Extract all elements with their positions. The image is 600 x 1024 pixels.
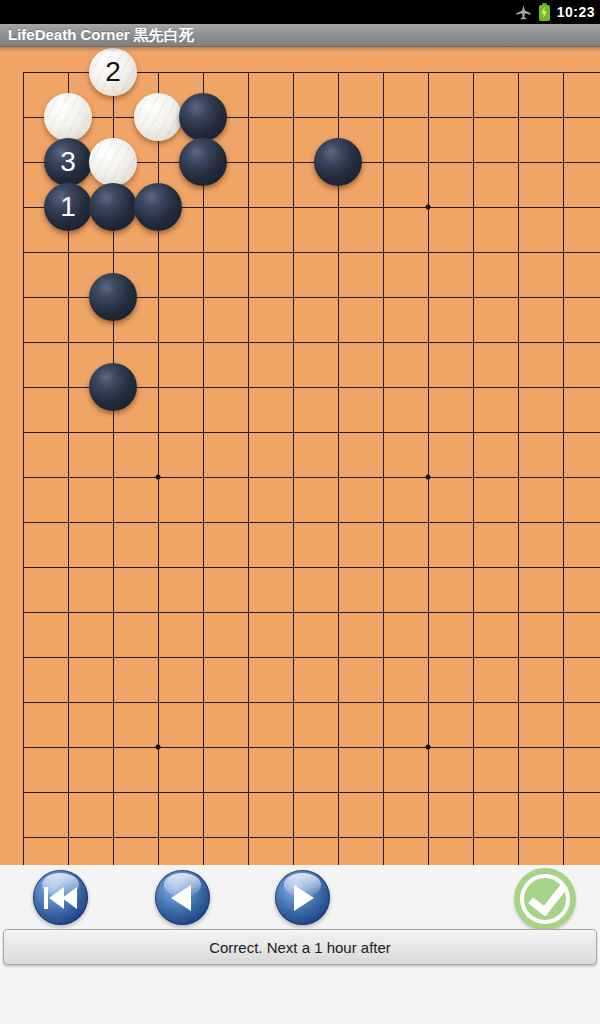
board-cell bbox=[338, 612, 383, 657]
board-cell bbox=[203, 432, 248, 477]
board-cell bbox=[383, 477, 428, 522]
board-cell bbox=[293, 252, 338, 297]
board-cell bbox=[158, 747, 203, 792]
stone-black: 1 bbox=[44, 183, 92, 231]
board-cell bbox=[293, 702, 338, 747]
stone-white: 2 bbox=[89, 48, 137, 96]
board-cell bbox=[338, 207, 383, 252]
move-number: 2 bbox=[105, 58, 121, 86]
board-cell bbox=[518, 432, 563, 477]
board-cell bbox=[23, 522, 68, 567]
board-cell bbox=[248, 432, 293, 477]
board-cell bbox=[158, 342, 203, 387]
board-cell bbox=[428, 162, 473, 207]
board-cell bbox=[428, 702, 473, 747]
board-cell bbox=[383, 387, 428, 432]
board-cell bbox=[248, 387, 293, 432]
board-cell bbox=[563, 837, 600, 865]
board-cell bbox=[338, 657, 383, 702]
board-cell bbox=[293, 792, 338, 837]
board-cell bbox=[203, 747, 248, 792]
board-cell bbox=[428, 342, 473, 387]
board-cell bbox=[563, 522, 600, 567]
board-cell bbox=[248, 792, 293, 837]
board-cell bbox=[248, 252, 293, 297]
board-cell bbox=[158, 252, 203, 297]
stone-black bbox=[179, 93, 227, 141]
board-cell bbox=[563, 747, 600, 792]
board-cell bbox=[338, 432, 383, 477]
board-cell bbox=[158, 612, 203, 657]
board-cell bbox=[23, 387, 68, 432]
app-title: LifeDeath Corner 黒先白死 bbox=[8, 26, 194, 45]
board-cell bbox=[383, 252, 428, 297]
title-bar: LifeDeath Corner 黒先白死 bbox=[0, 24, 600, 47]
board-cell bbox=[113, 837, 158, 865]
board-cell bbox=[158, 837, 203, 865]
arrow-left-icon bbox=[171, 885, 191, 911]
battery-charging-icon bbox=[539, 5, 550, 21]
board-cell bbox=[563, 432, 600, 477]
board-cell bbox=[428, 387, 473, 432]
board-cell bbox=[473, 72, 518, 117]
board-cell bbox=[23, 612, 68, 657]
board-cell bbox=[113, 702, 158, 747]
board-cell bbox=[383, 702, 428, 747]
board-cell bbox=[68, 657, 113, 702]
board-cell bbox=[248, 477, 293, 522]
board-cell bbox=[113, 792, 158, 837]
board-cell bbox=[158, 657, 203, 702]
board-cell bbox=[68, 477, 113, 522]
board-cell bbox=[473, 522, 518, 567]
board-cell bbox=[518, 612, 563, 657]
board-cell bbox=[428, 612, 473, 657]
board-cell bbox=[563, 297, 600, 342]
check-icon bbox=[528, 874, 568, 917]
board-cell bbox=[293, 837, 338, 865]
board-cell bbox=[113, 477, 158, 522]
board-cell bbox=[563, 702, 600, 747]
board-cell bbox=[23, 342, 68, 387]
board-cell bbox=[23, 657, 68, 702]
board-cell bbox=[338, 702, 383, 747]
board-cell bbox=[248, 567, 293, 612]
board-cell bbox=[23, 567, 68, 612]
stone-black bbox=[179, 138, 227, 186]
arrow-right-icon bbox=[294, 885, 314, 911]
stone-black bbox=[134, 183, 182, 231]
board-cell bbox=[518, 162, 563, 207]
board-cell bbox=[428, 657, 473, 702]
board-cell bbox=[518, 567, 563, 612]
skip-to-start-icon bbox=[44, 887, 77, 909]
airplane-mode-icon bbox=[515, 4, 532, 21]
board-cell bbox=[23, 432, 68, 477]
stone-black bbox=[89, 363, 137, 411]
board-cell bbox=[158, 387, 203, 432]
board-cell bbox=[23, 477, 68, 522]
star-point bbox=[156, 745, 161, 750]
board-cell bbox=[203, 297, 248, 342]
board-cell bbox=[158, 477, 203, 522]
board-cell bbox=[428, 522, 473, 567]
board-cell bbox=[563, 117, 600, 162]
board-cell bbox=[293, 342, 338, 387]
board-cell bbox=[68, 702, 113, 747]
board-cell bbox=[473, 567, 518, 612]
board-cell bbox=[383, 342, 428, 387]
board-cell bbox=[428, 207, 473, 252]
board-cell bbox=[563, 612, 600, 657]
board-cell bbox=[23, 252, 68, 297]
board-cell bbox=[68, 747, 113, 792]
board-cell bbox=[383, 162, 428, 207]
board-cell bbox=[68, 522, 113, 567]
app-screen: 10:23 LifeDeath Corner 黒先白死 231 Correct.… bbox=[0, 0, 600, 1024]
board-cell bbox=[473, 342, 518, 387]
board-cell bbox=[518, 792, 563, 837]
controls-panel: Correct. Next a 1 hour after bbox=[0, 865, 600, 1024]
board-cell bbox=[473, 162, 518, 207]
charging-bolt-icon bbox=[541, 7, 548, 19]
board-cell bbox=[518, 117, 563, 162]
board-cell bbox=[113, 522, 158, 567]
board-cell bbox=[293, 477, 338, 522]
board-cell bbox=[23, 747, 68, 792]
board-cell bbox=[293, 747, 338, 792]
board-cell bbox=[293, 612, 338, 657]
board-cell bbox=[248, 297, 293, 342]
status-bar: 10:23 bbox=[0, 0, 600, 24]
board-cell bbox=[293, 387, 338, 432]
board-cell bbox=[293, 432, 338, 477]
board-cell bbox=[473, 432, 518, 477]
board-cell bbox=[518, 837, 563, 865]
stone-white bbox=[89, 138, 137, 186]
board-cell bbox=[23, 837, 68, 865]
board-cell bbox=[383, 117, 428, 162]
go-board[interactable]: 231 bbox=[0, 47, 600, 865]
board-cell bbox=[293, 72, 338, 117]
board-cell bbox=[518, 297, 563, 342]
board-cell bbox=[23, 297, 68, 342]
board-cell bbox=[23, 702, 68, 747]
board-cell bbox=[338, 342, 383, 387]
board-cell bbox=[113, 657, 158, 702]
board-cell bbox=[338, 72, 383, 117]
board-cell bbox=[68, 792, 113, 837]
board-cell bbox=[473, 117, 518, 162]
correct-button[interactable] bbox=[514, 868, 576, 930]
board-cell bbox=[338, 387, 383, 432]
board-cell bbox=[68, 567, 113, 612]
board-cell bbox=[428, 792, 473, 837]
board-cell bbox=[473, 387, 518, 432]
star-point bbox=[426, 745, 431, 750]
board-cell bbox=[428, 432, 473, 477]
board-cell bbox=[203, 567, 248, 612]
move-number: 1 bbox=[60, 193, 76, 221]
board-cell bbox=[563, 207, 600, 252]
board-cell bbox=[248, 522, 293, 567]
board-cell bbox=[113, 747, 158, 792]
board-cell bbox=[338, 522, 383, 567]
star-point bbox=[426, 475, 431, 480]
board-cell bbox=[338, 837, 383, 865]
stone-black: 3 bbox=[44, 138, 92, 186]
board-cell bbox=[383, 522, 428, 567]
board-cell bbox=[203, 522, 248, 567]
board-cell bbox=[293, 297, 338, 342]
board-cell bbox=[563, 387, 600, 432]
board-cell bbox=[563, 342, 600, 387]
board-cell bbox=[113, 567, 158, 612]
board-cell bbox=[248, 837, 293, 865]
status-time: 10:23 bbox=[557, 4, 595, 20]
board-cell bbox=[158, 702, 203, 747]
star-point bbox=[156, 475, 161, 480]
rewind-button[interactable] bbox=[33, 870, 88, 925]
board-cell bbox=[473, 747, 518, 792]
board-cell bbox=[518, 747, 563, 792]
board-cell bbox=[338, 567, 383, 612]
board-cell bbox=[383, 747, 428, 792]
board-cell bbox=[158, 567, 203, 612]
board-cell bbox=[293, 657, 338, 702]
board-cell bbox=[518, 522, 563, 567]
next-button[interactable] bbox=[275, 870, 330, 925]
board-cell bbox=[203, 612, 248, 657]
board-cell bbox=[203, 387, 248, 432]
board-cell bbox=[293, 522, 338, 567]
board-cell bbox=[203, 252, 248, 297]
board-cell bbox=[383, 72, 428, 117]
board-cell bbox=[428, 567, 473, 612]
board-cell bbox=[203, 837, 248, 865]
board-cell bbox=[383, 297, 428, 342]
board-cell bbox=[203, 792, 248, 837]
board-cell bbox=[338, 792, 383, 837]
board-cell bbox=[293, 567, 338, 612]
board-cell bbox=[383, 837, 428, 865]
board-cell bbox=[518, 342, 563, 387]
board-cell bbox=[203, 207, 248, 252]
board-cell bbox=[68, 837, 113, 865]
board-cell bbox=[518, 477, 563, 522]
board-cell bbox=[338, 297, 383, 342]
stone-black bbox=[89, 273, 137, 321]
board-cell bbox=[518, 657, 563, 702]
board-cell bbox=[473, 297, 518, 342]
board-cell bbox=[473, 657, 518, 702]
board-cell bbox=[248, 612, 293, 657]
board-cell bbox=[428, 72, 473, 117]
board-cell bbox=[338, 747, 383, 792]
board-cell bbox=[473, 837, 518, 865]
board-cell bbox=[248, 657, 293, 702]
board-cell bbox=[113, 432, 158, 477]
star-point bbox=[426, 205, 431, 210]
board-cell bbox=[383, 792, 428, 837]
board-cell bbox=[473, 252, 518, 297]
result-message: Correct. Next a 1 hour after bbox=[209, 939, 391, 956]
board-cell bbox=[248, 72, 293, 117]
board-cell bbox=[428, 837, 473, 865]
board-cell bbox=[338, 252, 383, 297]
board-cell bbox=[563, 567, 600, 612]
board-cell bbox=[248, 342, 293, 387]
board-cell bbox=[248, 702, 293, 747]
result-message-bar[interactable]: Correct. Next a 1 hour after bbox=[3, 929, 597, 965]
board-cell bbox=[518, 207, 563, 252]
board-cell bbox=[473, 612, 518, 657]
board-cell bbox=[563, 477, 600, 522]
board-cell bbox=[473, 207, 518, 252]
board-cell bbox=[473, 702, 518, 747]
board-cell bbox=[518, 252, 563, 297]
board-cell bbox=[158, 792, 203, 837]
board-cell bbox=[563, 792, 600, 837]
stone-black bbox=[89, 183, 137, 231]
board-cell bbox=[563, 252, 600, 297]
board-cell bbox=[383, 207, 428, 252]
board-cell bbox=[428, 117, 473, 162]
board-cell bbox=[248, 117, 293, 162]
board-cell bbox=[113, 612, 158, 657]
board-cell bbox=[203, 342, 248, 387]
board-cell bbox=[68, 612, 113, 657]
board-cell bbox=[68, 432, 113, 477]
board-cell bbox=[248, 207, 293, 252]
board-cell bbox=[203, 657, 248, 702]
board-cell bbox=[563, 657, 600, 702]
board-cell bbox=[158, 432, 203, 477]
board-cell bbox=[383, 432, 428, 477]
board-cell bbox=[428, 297, 473, 342]
board-cell bbox=[338, 477, 383, 522]
stone-white bbox=[134, 93, 182, 141]
board-cell bbox=[563, 162, 600, 207]
stone-white bbox=[44, 93, 92, 141]
move-number: 3 bbox=[60, 148, 76, 176]
board-cell bbox=[518, 387, 563, 432]
board-cell bbox=[383, 657, 428, 702]
board-cell bbox=[248, 747, 293, 792]
board-cell bbox=[518, 702, 563, 747]
board-cell bbox=[518, 72, 563, 117]
board-cell bbox=[473, 792, 518, 837]
board-cell bbox=[203, 702, 248, 747]
board-cell bbox=[203, 477, 248, 522]
board-cell bbox=[428, 252, 473, 297]
board-cell bbox=[383, 567, 428, 612]
board-cell bbox=[428, 747, 473, 792]
board-cell bbox=[383, 612, 428, 657]
board-cell bbox=[473, 477, 518, 522]
board-cell bbox=[248, 162, 293, 207]
board-cell bbox=[158, 297, 203, 342]
board-cell bbox=[293, 207, 338, 252]
board-cell bbox=[428, 477, 473, 522]
board-cell bbox=[158, 522, 203, 567]
stone-black bbox=[314, 138, 362, 186]
board-cell bbox=[23, 792, 68, 837]
previous-button[interactable] bbox=[155, 870, 210, 925]
board-cell bbox=[563, 72, 600, 117]
